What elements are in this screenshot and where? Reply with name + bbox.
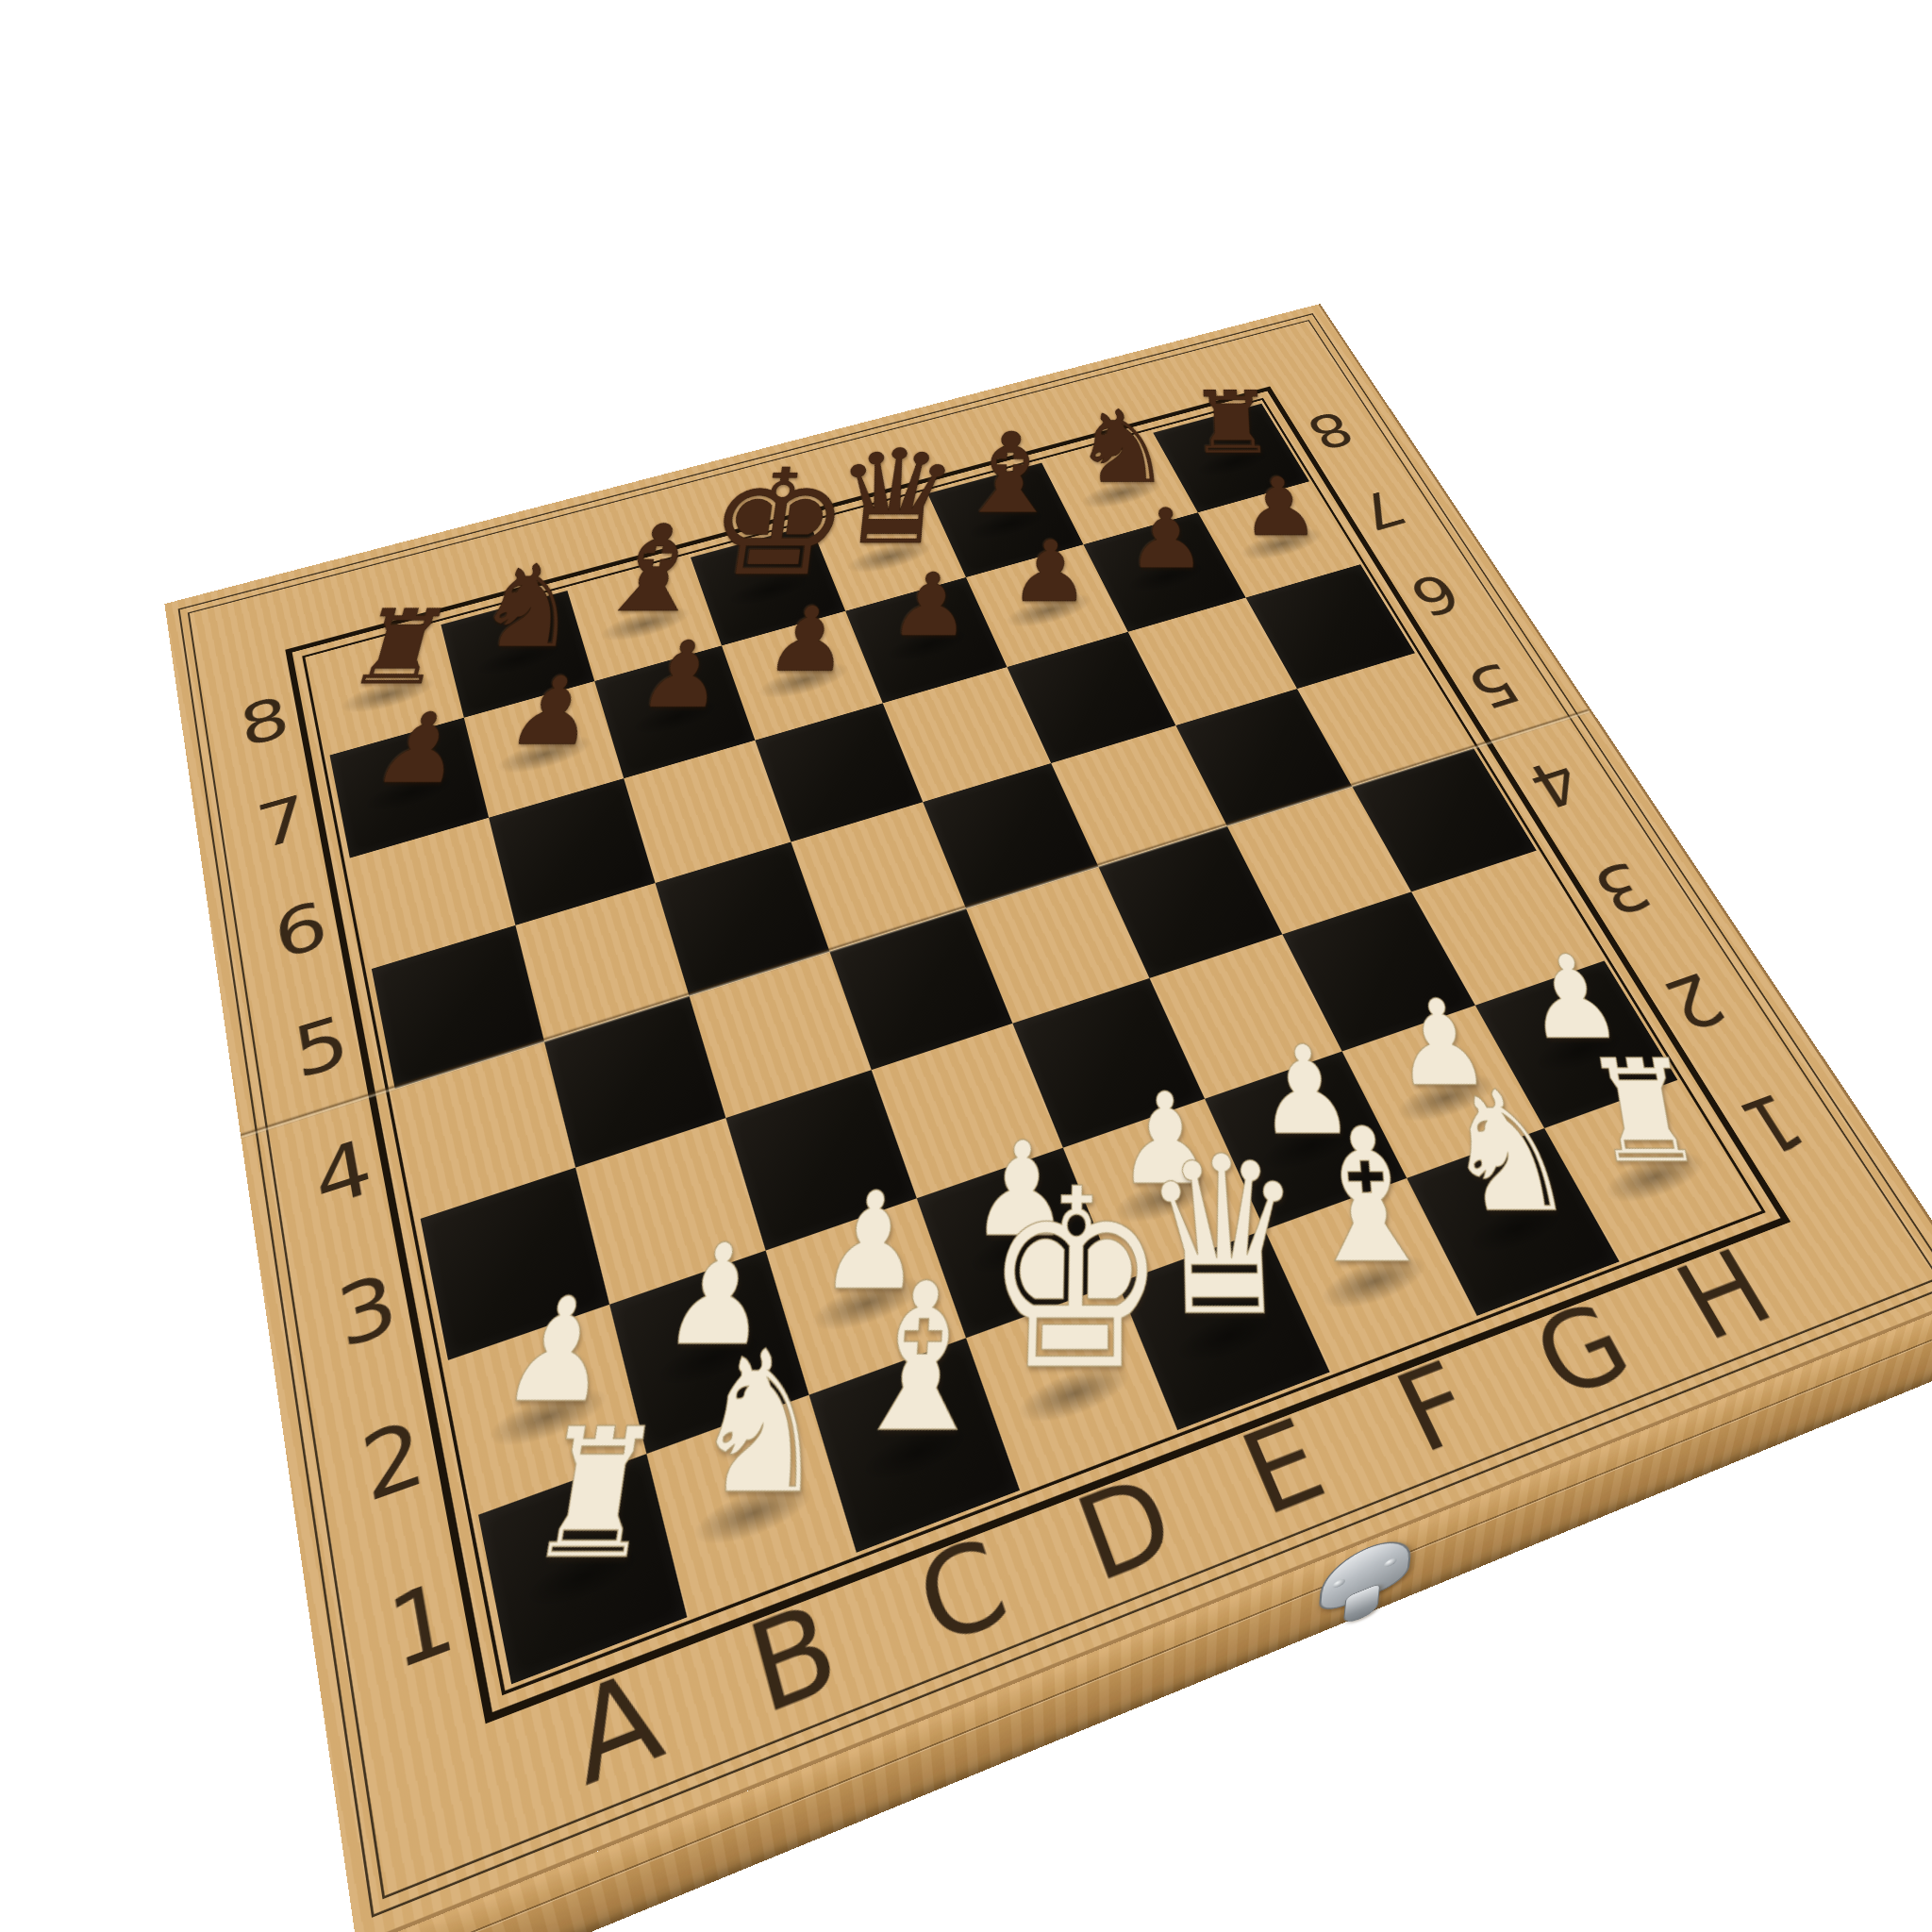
file-label-b: B bbox=[735, 1575, 851, 1743]
dark-pawn-glyph: ♟ bbox=[1239, 471, 1321, 543]
rank-label-left-8: 8 bbox=[235, 684, 294, 760]
pieces-layer: ♜♞♝♚♛♝♞♜♟♟♟♟♟♟♟♟♟♟♟♟♟♟♟♟♜♞♝♚♛♝♞♜ bbox=[164, 304, 1318, 604]
square-c4 bbox=[690, 951, 872, 1117]
square-g1 bbox=[1407, 1128, 1620, 1316]
rank-label-left-6: 6 bbox=[269, 886, 333, 974]
square-b4 bbox=[544, 995, 725, 1167]
rank-label-left-1: 1 bbox=[381, 1557, 464, 1693]
rank-label-right-6: 6 bbox=[1398, 561, 1472, 627]
file-label-g: G bbox=[1515, 1279, 1651, 1423]
square-b2 bbox=[609, 1250, 808, 1453]
square-b1 bbox=[646, 1394, 857, 1617]
rank-label-left-3: 3 bbox=[330, 1255, 405, 1368]
clasp-screw-right bbox=[1384, 1556, 1397, 1568]
square-f1 bbox=[1265, 1177, 1477, 1372]
dark-pawn-glyph: ♟ bbox=[1008, 533, 1091, 609]
chess-box: ABCDEFGH8765432187654321 ♜♞♝♚♛♝♞♜♟♟♟♟♟♟♟… bbox=[164, 304, 1932, 1932]
dark-king-glyph: ♚ bbox=[697, 458, 856, 590]
square-d4 bbox=[829, 908, 1012, 1070]
rank-label-right-8: 8 bbox=[1297, 401, 1364, 458]
rank-label-right-1: 1 bbox=[1724, 1075, 1820, 1171]
square-a1 bbox=[478, 1454, 687, 1684]
clasp-screw-left bbox=[1333, 1576, 1346, 1589]
dark-pawn-glyph: ♟ bbox=[762, 599, 854, 679]
rank-label-left-4: 4 bbox=[308, 1122, 379, 1225]
rank-label-right-5: 5 bbox=[1455, 650, 1531, 721]
square-a2 bbox=[448, 1304, 646, 1514]
dark-pawn-glyph: ♟ bbox=[502, 669, 604, 754]
dark-knight-glyph: ♞ bbox=[465, 556, 594, 658]
file-label-e: E bbox=[1224, 1394, 1342, 1542]
square-a3 bbox=[421, 1167, 609, 1359]
rank-label-left-2: 2 bbox=[355, 1399, 433, 1523]
file-label-c: C bbox=[903, 1512, 1024, 1674]
dark-bishop-glyph: ♝ bbox=[952, 424, 1065, 524]
square-d1 bbox=[966, 1282, 1177, 1490]
file-label-a: A bbox=[561, 1641, 675, 1815]
square-b3 bbox=[575, 1118, 766, 1305]
square-c3 bbox=[725, 1070, 916, 1250]
clasp-hook bbox=[1343, 1582, 1381, 1625]
dark-pawn-glyph: ♟ bbox=[634, 634, 730, 717]
file-label-f: F bbox=[1378, 1338, 1493, 1478]
square-e1 bbox=[1118, 1229, 1330, 1430]
rank-label-right-7: 7 bbox=[1346, 478, 1416, 540]
rank-label-left-7: 7 bbox=[252, 781, 313, 863]
square-a5 bbox=[372, 924, 544, 1088]
rank-label-right-3: 3 bbox=[1579, 846, 1664, 928]
product-photo: ABCDEFGH8765432187654321 ♜♞♝♚♛♝♞♜♟♟♟♟♟♟♟… bbox=[0, 0, 1932, 1932]
square-a4 bbox=[395, 1041, 575, 1219]
file-label-d: D bbox=[1061, 1450, 1191, 1609]
square-c1 bbox=[809, 1338, 1020, 1553]
photo-scene: ABCDEFGH8765432187654321 ♜♞♝♚♛♝♞♜♟♟♟♟♟♟♟… bbox=[0, 0, 1932, 1932]
dark-rook-glyph: ♜ bbox=[1188, 384, 1277, 461]
rank-label-left-5: 5 bbox=[288, 999, 356, 1095]
square-c2 bbox=[766, 1198, 966, 1394]
dark-pawn-glyph: ♟ bbox=[1126, 502, 1207, 576]
rank-label-right-4: 4 bbox=[1515, 744, 1596, 820]
file-label-h: H bbox=[1657, 1226, 1792, 1364]
dark-pawn-glyph: ♟ bbox=[887, 566, 974, 644]
dark-bishop-glyph: ♝ bbox=[588, 515, 721, 623]
dark-knight-glyph: ♞ bbox=[1072, 402, 1173, 492]
square-h1 bbox=[1544, 1079, 1757, 1261]
